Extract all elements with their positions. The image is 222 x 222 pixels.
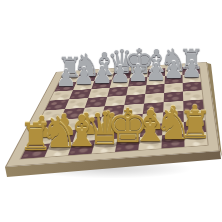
square-h1[interactable]: [184, 132, 207, 147]
board-grid: [21, 66, 208, 159]
chess-set-scene: aa88bb77cc66dd55ee44ff33gg22hh11 ♜♞♝♛♚♝♞…: [0, 0, 222, 222]
square-d1[interactable]: [92, 139, 118, 154]
square-e1[interactable]: [115, 137, 140, 152]
square-g1[interactable]: [161, 134, 184, 149]
chess-board: [5, 62, 220, 167]
square-f1[interactable]: [138, 135, 162, 150]
